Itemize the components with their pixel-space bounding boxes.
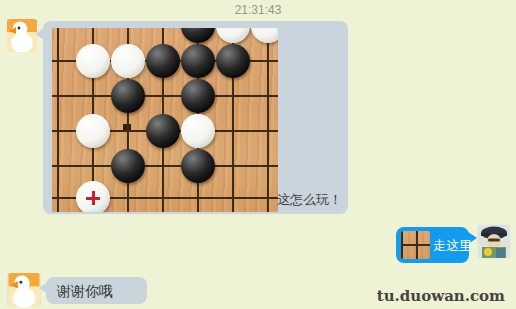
watermark: tu.duowan.com bbox=[377, 287, 505, 305]
white-stone bbox=[216, 28, 250, 43]
message-bubble-reply: 走这里 bbox=[396, 227, 469, 263]
mini-board-image[interactable] bbox=[401, 231, 430, 259]
black-stone bbox=[111, 79, 145, 113]
grid-line bbox=[57, 28, 59, 212]
message-text: 走这里 bbox=[433, 237, 472, 255]
black-stone bbox=[216, 44, 250, 78]
white-stone bbox=[181, 114, 215, 148]
grid-line bbox=[52, 95, 278, 97]
black-stone bbox=[181, 149, 215, 183]
white-stone bbox=[76, 181, 110, 212]
avatar-duck[interactable] bbox=[7, 19, 37, 52]
message-bubble-board: 这怎么玩！ bbox=[43, 21, 348, 214]
go-board-image[interactable] bbox=[52, 28, 278, 212]
message-text: 这怎么玩！ bbox=[277, 191, 347, 209]
black-stone bbox=[181, 28, 215, 43]
black-stone bbox=[181, 79, 215, 113]
anime-character-icon bbox=[478, 225, 510, 258]
red-cross-marker bbox=[86, 191, 100, 205]
grid-line bbox=[267, 28, 269, 212]
avatar-duck[interactable] bbox=[7, 273, 41, 307]
message-bubble-thanks: 谢谢你哦 bbox=[46, 277, 147, 304]
white-stone bbox=[76, 114, 110, 148]
timestamp: 21:31:43 bbox=[0, 3, 516, 17]
message-text: 谢谢你哦 bbox=[57, 283, 113, 301]
chat-screen: 21:31:43 这怎么玩！ 走这里 bbox=[0, 0, 516, 309]
black-stone bbox=[181, 44, 215, 78]
duck-icon bbox=[7, 273, 41, 307]
white-stone bbox=[111, 44, 145, 78]
duck-icon bbox=[7, 19, 37, 52]
white-stone bbox=[76, 44, 110, 78]
avatar-anime[interactable] bbox=[477, 224, 511, 259]
grid-line bbox=[52, 165, 278, 167]
black-stone bbox=[111, 149, 145, 183]
black-stone bbox=[146, 114, 180, 148]
black-stone bbox=[146, 44, 180, 78]
white-stone bbox=[251, 28, 278, 43]
